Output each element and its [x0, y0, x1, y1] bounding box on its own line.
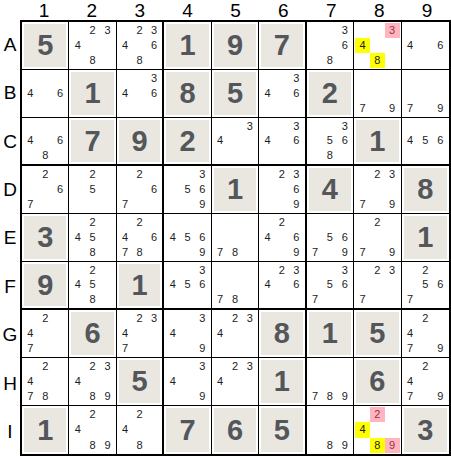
row-label-E: E	[0, 214, 20, 262]
cell-I5[interactable]: 6	[212, 406, 259, 454]
candidate-4: 4	[118, 422, 132, 437]
cell-B1[interactable]: 46	[22, 70, 69, 118]
solved-digit: 1	[69, 70, 115, 117]
cell-I4[interactable]: 7	[164, 406, 211, 454]
cell-B8[interactable]: 79	[354, 70, 401, 118]
candidate-3	[433, 71, 448, 86]
candidate-1	[165, 311, 180, 326]
candidate-1	[118, 215, 132, 230]
cell-H2[interactable]: 23489	[69, 358, 116, 406]
candidate-3	[433, 359, 448, 374]
candidate-3: 3	[289, 71, 303, 86]
candidate-6	[337, 422, 352, 437]
candidate-4	[403, 278, 418, 293]
candidate-7	[260, 292, 274, 307]
row-label-H: H	[0, 359, 20, 407]
candidate-2	[322, 407, 337, 422]
candidate-1	[260, 215, 274, 230]
solved-digit: 9	[22, 262, 68, 308]
candidate-7: 7	[355, 245, 370, 260]
candidate-7	[70, 53, 85, 68]
cell-H5[interactable]: 234	[212, 358, 259, 406]
candidate-7	[308, 53, 323, 68]
candidate-4: 4	[403, 374, 418, 389]
cell-I7[interactable]: 89	[307, 406, 354, 454]
cell-G3[interactable]: 2347	[117, 310, 164, 358]
candidate-3: 3	[385, 167, 400, 182]
candidate-grid: 468	[23, 119, 67, 163]
candidate-6: 6	[289, 182, 303, 197]
candidate-5	[370, 230, 385, 245]
candidate-5	[132, 326, 146, 341]
candidate-6	[242, 374, 257, 389]
candidate-5	[370, 278, 385, 293]
candidate-6	[100, 374, 115, 389]
candidate-6: 6	[195, 230, 210, 245]
candidate-5: 5	[322, 230, 337, 245]
candidate-8	[275, 148, 289, 163]
candidate-7	[118, 53, 132, 68]
candidate-3: 3	[195, 311, 210, 326]
cell-C7[interactable]: 3568	[307, 118, 354, 166]
candidate-8	[228, 341, 243, 356]
solved-digit: 9	[212, 22, 258, 69]
col-label-3: 3	[116, 0, 164, 20]
candidate-7	[260, 245, 274, 260]
candidate-6	[337, 374, 352, 389]
candidate-6: 6	[195, 182, 210, 197]
cell-G5[interactable]: 234	[212, 310, 259, 358]
solved-digit: 1	[402, 214, 449, 261]
cell-E8[interactable]: 279	[354, 214, 401, 262]
candidate-1	[403, 263, 418, 278]
candidate-8: 8	[322, 389, 337, 404]
candidate-grid: 34	[213, 119, 257, 163]
candidate-grid: 2346	[260, 263, 303, 307]
candidate-3: 3	[147, 311, 161, 326]
cell-I1[interactable]: 1	[22, 406, 69, 454]
candidate-7	[355, 53, 370, 68]
candidate-9: 9	[195, 389, 210, 404]
candidate-7	[213, 389, 228, 404]
cell-E3[interactable]: 24678	[117, 214, 164, 262]
candidate-9: 9	[195, 245, 210, 260]
candidate-5	[38, 182, 53, 197]
candidate-4: 4	[118, 230, 132, 245]
cell-G2[interactable]: 6	[69, 310, 116, 358]
candidate-3	[53, 359, 68, 374]
cell-F6[interactable]: 2346	[259, 262, 306, 310]
candidate-9: 9	[385, 101, 400, 116]
candidate-3	[147, 167, 161, 182]
candidate-3: 3	[242, 359, 257, 374]
candidate-2	[322, 119, 337, 134]
candidate-8	[418, 53, 433, 68]
candidate-1	[165, 215, 180, 230]
cell-F1[interactable]: 9	[22, 262, 69, 310]
candidate-2	[38, 119, 53, 134]
candidate-4: 4	[70, 38, 85, 53]
candidate-7: 7	[118, 245, 132, 260]
candidate-8: 8	[132, 438, 146, 453]
cell-E4[interactable]: 4569	[164, 214, 211, 262]
candidate-8	[418, 341, 433, 356]
candidate-grid: 2347	[118, 311, 161, 356]
candidate-6	[242, 230, 257, 245]
candidate-4	[260, 182, 274, 197]
candidate-grid: 349	[165, 311, 209, 356]
cell-D8[interactable]: 2379	[354, 166, 401, 214]
candidate-9	[242, 148, 257, 163]
candidate-4	[165, 182, 180, 197]
cell-C9[interactable]: 456	[402, 118, 449, 166]
candidate-9	[147, 245, 161, 260]
cell-A7[interactable]: 368	[307, 22, 354, 70]
candidate-7: 7	[355, 197, 370, 212]
candidate-8	[228, 389, 243, 404]
cell-A8[interactable]: 348	[354, 22, 401, 70]
candidate-6: 6	[433, 134, 448, 149]
candidate-grid: 3456	[165, 263, 209, 307]
candidate-6	[100, 230, 115, 245]
candidate-7	[165, 197, 180, 212]
cell-B9[interactable]: 79	[402, 70, 449, 118]
cell-A3[interactable]: 23468	[117, 22, 164, 70]
candidate-5: 5	[322, 134, 337, 149]
candidate-3	[433, 263, 448, 278]
cell-G9[interactable]: 2479	[402, 310, 449, 358]
candidate-9	[147, 197, 161, 212]
cell-B7[interactable]: 2	[307, 70, 354, 118]
candidate-1	[355, 215, 370, 230]
cell-G8[interactable]: 5	[354, 310, 401, 358]
cell-A2[interactable]: 2348	[69, 22, 116, 70]
candidate-9	[147, 438, 161, 453]
cell-D9[interactable]: 8	[402, 166, 449, 214]
candidate-6	[385, 230, 400, 245]
candidate-3	[433, 23, 448, 38]
candidate-1	[70, 23, 85, 38]
cell-E7[interactable]: 5679	[307, 214, 354, 262]
cell-D5[interactable]: 1	[212, 166, 259, 214]
candidate-2: 2	[370, 407, 385, 422]
cell-H1[interactable]: 2478	[22, 358, 69, 406]
candidate-6	[433, 86, 448, 101]
cell-A6[interactable]: 7	[259, 22, 306, 70]
candidate-8	[38, 341, 53, 356]
cell-I2[interactable]: 2489	[69, 406, 116, 454]
cell-B6[interactable]: 346	[259, 70, 306, 118]
cell-G7[interactable]: 1	[307, 310, 354, 358]
candidate-5: 5	[180, 230, 195, 245]
solved-digit: 8	[259, 310, 304, 357]
cell-D2[interactable]: 25	[69, 166, 116, 214]
candidate-7	[23, 101, 38, 116]
candidate-9	[433, 148, 448, 163]
candidate-8	[418, 148, 433, 163]
candidate-grid: 2489	[355, 407, 399, 453]
candidate-6: 6	[289, 278, 303, 293]
cell-G6[interactable]: 8	[259, 310, 306, 358]
cell-E9[interactable]: 1	[402, 214, 449, 262]
candidate-5	[85, 38, 100, 53]
candidate-1	[118, 167, 132, 182]
candidate-4	[308, 38, 323, 53]
cell-A9[interactable]: 46	[402, 22, 449, 70]
candidate-4	[70, 182, 85, 197]
candidate-3: 3	[337, 119, 352, 134]
candidate-8: 8	[38, 389, 53, 404]
candidate-5	[38, 134, 53, 149]
candidate-2: 2	[275, 167, 289, 182]
row-label-A: A	[0, 20, 20, 68]
candidate-7	[70, 197, 85, 212]
candidate-2: 2	[85, 167, 100, 182]
cell-F3[interactable]: 1	[117, 262, 164, 310]
cell-F4[interactable]: 3456	[164, 262, 211, 310]
candidate-7: 7	[308, 245, 323, 260]
cell-F2[interactable]: 2458	[69, 262, 116, 310]
candidate-9	[53, 197, 68, 212]
cell-I6[interactable]: 5	[259, 406, 306, 454]
cell-F9[interactable]: 2567	[402, 262, 449, 310]
cell-A1[interactable]: 5	[22, 22, 69, 70]
cell-D3[interactable]: 267	[117, 166, 164, 214]
candidate-5: 5	[180, 278, 195, 293]
candidate-7	[165, 389, 180, 404]
candidate-1	[260, 71, 274, 86]
candidate-5	[85, 422, 100, 437]
candidate-4	[213, 230, 228, 245]
candidate-3	[53, 167, 68, 182]
cell-I8[interactable]: 2489	[354, 406, 401, 454]
cell-C8[interactable]: 1	[354, 118, 401, 166]
cell-I3[interactable]: 248	[117, 406, 164, 454]
candidate-6: 6	[147, 182, 161, 197]
cell-B3[interactable]: 346	[117, 70, 164, 118]
candidate-7	[118, 438, 132, 453]
candidate-9	[195, 292, 210, 307]
cell-H7[interactable]: 789	[307, 358, 354, 406]
candidate-7	[213, 148, 228, 163]
cell-B2[interactable]: 1	[69, 70, 116, 118]
solved-digit: 2	[164, 118, 210, 164]
candidate-3	[147, 407, 161, 422]
candidate-8	[370, 292, 385, 307]
cell-G4[interactable]: 349	[164, 310, 211, 358]
candidate-8	[38, 197, 53, 212]
candidate-3: 3	[147, 71, 161, 86]
cell-C2[interactable]: 7	[69, 118, 116, 166]
candidate-9	[147, 101, 161, 116]
row-labels: ABCDEFGHI	[0, 20, 20, 456]
cell-C4[interactable]: 2	[164, 118, 211, 166]
candidate-3	[289, 215, 303, 230]
candidate-1	[308, 263, 323, 278]
candidate-5	[275, 86, 289, 101]
candidate-3	[433, 119, 448, 134]
candidate-2	[418, 119, 433, 134]
cell-C1[interactable]: 468	[22, 118, 69, 166]
sudoku-board: 123456789 ABCDEFGHI 52348234681973683484…	[0, 0, 451, 456]
candidate-6	[385, 86, 400, 101]
candidate-5	[85, 374, 100, 389]
candidate-2	[38, 71, 53, 86]
solved-digit: 3	[22, 214, 68, 261]
candidate-2	[370, 71, 385, 86]
cell-D6[interactable]: 2369	[259, 166, 306, 214]
candidate-3: 3	[337, 23, 352, 38]
cell-H3[interactable]: 5	[117, 358, 164, 406]
candidate-9	[147, 53, 161, 68]
candidate-4: 4	[403, 326, 418, 341]
candidate-6: 6	[289, 134, 303, 149]
candidate-7	[308, 438, 323, 453]
candidate-1	[260, 263, 274, 278]
solved-digit: 1	[164, 22, 210, 69]
candidate-8	[418, 292, 433, 307]
sudoku-grid: 5234823468197368348464613468534627979468…	[20, 20, 451, 456]
candidate-6: 6	[53, 86, 68, 101]
candidate-1	[403, 119, 418, 134]
candidate-2: 2	[38, 311, 53, 326]
cell-F5[interactable]: 78	[212, 262, 259, 310]
cell-E5[interactable]: 78	[212, 214, 259, 262]
candidate-4: 4	[355, 422, 370, 437]
candidate-grid: 2489	[70, 407, 114, 453]
candidate-3	[385, 215, 400, 230]
candidate-2	[180, 167, 195, 182]
cell-H6[interactable]: 1	[259, 358, 306, 406]
solved-digit: 7	[69, 118, 115, 164]
candidate-6: 6	[195, 278, 210, 293]
candidate-2	[180, 359, 195, 374]
cell-D4[interactable]: 3569	[164, 166, 211, 214]
candidate-9: 9	[195, 341, 210, 356]
candidate-grid: 3568	[308, 119, 352, 163]
candidate-8	[132, 341, 146, 356]
candidate-2	[322, 23, 337, 38]
candidate-6: 6	[337, 230, 352, 245]
candidate-6	[100, 278, 115, 293]
col-label-8: 8	[355, 0, 403, 20]
solved-digit: 1	[117, 262, 162, 308]
candidate-4: 4	[213, 326, 228, 341]
candidate-7: 7	[308, 292, 323, 307]
cell-B4[interactable]: 8	[164, 70, 211, 118]
candidate-grid: 234	[213, 311, 257, 356]
candidate-9	[100, 245, 115, 260]
cell-F8[interactable]: 237	[354, 262, 401, 310]
candidate-6	[433, 374, 448, 389]
candidate-3: 3	[385, 23, 400, 38]
candidate-grid: 23468	[118, 23, 161, 68]
candidate-4	[355, 278, 370, 293]
candidate-9	[100, 53, 115, 68]
candidate-4: 4	[118, 86, 132, 101]
candidate-8: 8	[228, 292, 243, 307]
candidate-2: 2	[418, 311, 433, 326]
candidate-5: 5	[322, 278, 337, 293]
candidate-1	[213, 215, 228, 230]
cell-D1[interactable]: 267	[22, 166, 69, 214]
candidate-2: 2	[370, 215, 385, 230]
solved-digit: 6	[354, 358, 400, 405]
candidate-3: 3	[385, 263, 400, 278]
cell-G1[interactable]: 247	[22, 310, 69, 358]
candidate-6	[242, 134, 257, 149]
candidate-2: 2	[275, 215, 289, 230]
candidate-3	[195, 215, 210, 230]
candidate-5	[38, 374, 53, 389]
candidate-4: 4	[70, 278, 85, 293]
candidate-6: 6	[289, 230, 303, 245]
solved-digit: 7	[259, 22, 304, 69]
cell-C6[interactable]: 346	[259, 118, 306, 166]
cell-C3[interactable]: 9	[117, 118, 164, 166]
cell-E1[interactable]: 3	[22, 214, 69, 262]
candidate-9	[289, 101, 303, 116]
cell-A5[interactable]: 9	[212, 22, 259, 70]
row-label-I: I	[0, 408, 20, 456]
candidate-8	[322, 292, 337, 307]
cell-A4[interactable]: 1	[164, 22, 211, 70]
candidate-grid: 4569	[165, 215, 209, 260]
col-label-5: 5	[212, 0, 260, 20]
candidate-5	[38, 86, 53, 101]
cell-E2[interactable]: 2458	[69, 214, 116, 262]
cell-D7[interactable]: 4	[307, 166, 354, 214]
solved-digit: 5	[259, 406, 304, 454]
candidate-3: 3	[289, 119, 303, 134]
candidate-5	[132, 230, 146, 245]
solved-digit: 2	[307, 70, 353, 117]
candidate-2: 2	[228, 359, 243, 374]
candidate-6	[195, 326, 210, 341]
candidate-8: 8	[85, 53, 100, 68]
cell-H8[interactable]: 6	[354, 358, 401, 406]
candidate-5	[370, 38, 385, 53]
candidate-1	[355, 263, 370, 278]
candidate-6	[100, 38, 115, 53]
candidate-grid: 349	[165, 359, 209, 404]
candidate-2: 2	[38, 359, 53, 374]
candidate-4	[308, 134, 323, 149]
cell-I9[interactable]: 3	[402, 406, 449, 454]
candidate-1	[23, 119, 38, 134]
candidate-4	[355, 230, 370, 245]
candidate-5	[275, 182, 289, 197]
cell-F7[interactable]: 3567	[307, 262, 354, 310]
candidate-2: 2	[370, 263, 385, 278]
candidate-grid: 2479	[403, 311, 448, 356]
candidate-7	[70, 389, 85, 404]
candidate-7	[23, 148, 38, 163]
cell-C5[interactable]: 34	[212, 118, 259, 166]
cell-E6[interactable]: 2469	[259, 214, 306, 262]
candidate-grid: 456	[403, 119, 448, 163]
candidate-1	[70, 359, 85, 374]
cell-B5[interactable]: 5	[212, 70, 259, 118]
candidate-1	[23, 311, 38, 326]
candidate-grid: 3567	[308, 263, 352, 307]
candidate-9: 9	[385, 197, 400, 212]
candidate-8	[180, 389, 195, 404]
cell-H4[interactable]: 349	[164, 358, 211, 406]
candidate-5	[275, 134, 289, 149]
candidate-6	[242, 278, 257, 293]
cell-H9[interactable]: 2479	[402, 358, 449, 406]
